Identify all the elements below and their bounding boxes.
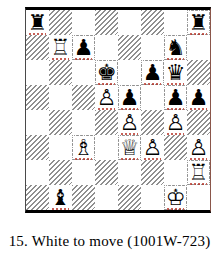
square-a8[interactable]: ♜ bbox=[26, 10, 49, 35]
square-b4[interactable] bbox=[49, 110, 72, 135]
black-pawn-icon: ♟ bbox=[188, 86, 209, 109]
square-d7[interactable] bbox=[95, 35, 118, 60]
square-h7[interactable] bbox=[187, 35, 210, 60]
black-king-icon: ♚ bbox=[96, 61, 117, 84]
square-c7[interactable]: ♟ bbox=[72, 35, 95, 60]
square-d3[interactable] bbox=[95, 135, 118, 160]
square-d6[interactable]: ♚ bbox=[95, 60, 118, 85]
square-b3[interactable] bbox=[49, 135, 72, 160]
square-f2[interactable] bbox=[141, 160, 164, 185]
square-f6[interactable]: ♟ bbox=[141, 60, 164, 85]
square-e7[interactable] bbox=[118, 35, 141, 60]
square-e5[interactable]: ♟ bbox=[118, 85, 141, 110]
black-knight-icon: ♞ bbox=[165, 36, 186, 59]
black-queen-icon: ♛ bbox=[165, 61, 186, 84]
square-d5[interactable]: ♙ bbox=[95, 85, 118, 110]
square-c8[interactable] bbox=[72, 10, 95, 35]
square-f4[interactable] bbox=[141, 110, 164, 135]
white-pawn-icon: ♙ bbox=[119, 111, 140, 134]
square-e1[interactable] bbox=[118, 185, 141, 210]
square-d4[interactable] bbox=[95, 110, 118, 135]
white-rook-icon: ♖ bbox=[188, 161, 209, 184]
square-f3[interactable]: ♙ bbox=[141, 135, 164, 160]
square-b2[interactable] bbox=[49, 160, 72, 185]
square-c3[interactable]: ♗ bbox=[72, 135, 95, 160]
square-f1[interactable] bbox=[141, 185, 164, 210]
diagram-page: ♜♜♖♟♞♚♟♛♙♟♟♟♙♙♗♕♙♙♖♝♔ 15. White to move … bbox=[0, 7, 219, 260]
square-b1[interactable]: ♝ bbox=[49, 185, 72, 210]
square-e2[interactable] bbox=[118, 160, 141, 185]
square-d1[interactable] bbox=[95, 185, 118, 210]
square-b6[interactable] bbox=[49, 60, 72, 85]
square-a5[interactable] bbox=[26, 85, 49, 110]
white-pawn-icon: ♙ bbox=[165, 111, 186, 134]
square-g2[interactable] bbox=[164, 160, 187, 185]
square-a2[interactable] bbox=[26, 160, 49, 185]
square-a1[interactable] bbox=[26, 185, 49, 210]
square-h8[interactable]: ♜ bbox=[187, 10, 210, 35]
square-f5[interactable] bbox=[141, 85, 164, 110]
square-b5[interactable] bbox=[49, 85, 72, 110]
black-rook-icon: ♜ bbox=[188, 11, 209, 34]
square-e6[interactable] bbox=[118, 60, 141, 85]
black-pawn-icon: ♟ bbox=[142, 61, 163, 84]
diagram-caption: 15. White to move (1001W-723) bbox=[0, 233, 219, 250]
square-g3[interactable] bbox=[164, 135, 187, 160]
square-g8[interactable] bbox=[164, 10, 187, 35]
square-h4[interactable] bbox=[187, 110, 210, 135]
square-g1[interactable]: ♔ bbox=[164, 185, 187, 210]
white-pawn-icon: ♙ bbox=[188, 136, 209, 159]
square-g4[interactable]: ♙ bbox=[164, 110, 187, 135]
chess-board: ♜♜♖♟♞♚♟♛♙♟♟♟♙♙♗♕♙♙♖♝♔ bbox=[25, 7, 211, 213]
square-h5[interactable]: ♟ bbox=[187, 85, 210, 110]
square-f8[interactable] bbox=[141, 10, 164, 35]
square-f7[interactable] bbox=[141, 35, 164, 60]
square-h1[interactable] bbox=[187, 185, 210, 210]
square-c6[interactable] bbox=[72, 60, 95, 85]
square-d2[interactable] bbox=[95, 160, 118, 185]
square-g7[interactable]: ♞ bbox=[164, 35, 187, 60]
square-g6[interactable]: ♛ bbox=[164, 60, 187, 85]
square-g5[interactable]: ♟ bbox=[164, 85, 187, 110]
square-a4[interactable] bbox=[26, 110, 49, 135]
white-pawn-icon: ♙ bbox=[96, 86, 117, 109]
white-rook-icon: ♖ bbox=[50, 36, 71, 59]
black-bishop-icon: ♝ bbox=[50, 186, 71, 209]
white-queen-icon: ♕ bbox=[119, 136, 140, 159]
square-e4[interactable]: ♙ bbox=[118, 110, 141, 135]
square-a3[interactable] bbox=[26, 135, 49, 160]
square-a7[interactable] bbox=[26, 35, 49, 60]
square-b7[interactable]: ♖ bbox=[49, 35, 72, 60]
black-rook-icon: ♜ bbox=[27, 11, 48, 34]
square-c2[interactable] bbox=[72, 160, 95, 185]
square-h3[interactable]: ♙ bbox=[187, 135, 210, 160]
white-pawn-icon: ♙ bbox=[142, 136, 163, 159]
black-pawn-icon: ♟ bbox=[165, 86, 186, 109]
square-c1[interactable] bbox=[72, 185, 95, 210]
square-e3[interactable]: ♕ bbox=[118, 135, 141, 160]
white-king-icon: ♔ bbox=[165, 186, 186, 209]
square-b8[interactable] bbox=[49, 10, 72, 35]
square-c5[interactable] bbox=[72, 85, 95, 110]
black-pawn-icon: ♟ bbox=[73, 36, 94, 59]
square-h6[interactable] bbox=[187, 60, 210, 85]
square-h2[interactable]: ♖ bbox=[187, 160, 210, 185]
black-pawn-icon: ♟ bbox=[119, 86, 140, 109]
square-e8[interactable] bbox=[118, 10, 141, 35]
white-bishop-icon: ♗ bbox=[73, 136, 94, 159]
square-d8[interactable] bbox=[95, 10, 118, 35]
square-c4[interactable] bbox=[72, 110, 95, 135]
square-a6[interactable] bbox=[26, 60, 49, 85]
